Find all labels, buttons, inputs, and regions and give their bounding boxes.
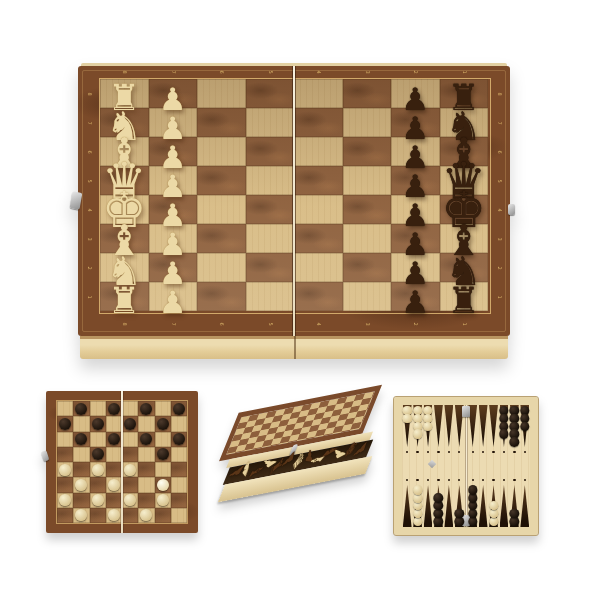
board-square (343, 137, 392, 166)
board-square (246, 108, 295, 137)
backgammon-point (479, 485, 488, 527)
checkers-square (57, 416, 73, 431)
board-square (197, 282, 246, 311)
checkers-square (122, 416, 138, 431)
board-square (246, 166, 295, 195)
checkers-square (155, 432, 171, 447)
coordinate-label: 8 (87, 92, 92, 95)
board-square (100, 137, 149, 166)
board-square (440, 137, 489, 166)
checkers-square (57, 462, 73, 477)
checkers-square (155, 462, 171, 477)
coordinate-label: 1 (87, 295, 92, 298)
board-square (440, 108, 489, 137)
backgammon-checker-light (413, 501, 422, 510)
board-square (246, 282, 295, 311)
checkers-square (90, 416, 106, 431)
backgammon-checker-light (403, 414, 412, 423)
coordinate-label: 7 (497, 121, 502, 124)
point-dot (492, 451, 494, 453)
backgammon-checker-light (423, 422, 432, 431)
checkers-square (106, 508, 122, 523)
board-square (149, 137, 198, 166)
board-square (100, 79, 149, 108)
storage-box: ♟♞♝♟♜♟♛♟♝♞♟♚♟ (199, 384, 401, 551)
checkers-square (171, 447, 187, 462)
board-square (197, 195, 246, 224)
point-dot (513, 479, 515, 481)
board-square (197, 253, 246, 282)
board-square (343, 195, 392, 224)
point-dot (448, 451, 450, 453)
coordinate-label: 5 (497, 179, 502, 182)
checkers-square (122, 401, 138, 416)
board-square (391, 166, 440, 195)
point-dot (458, 451, 460, 453)
board-square (391, 195, 440, 224)
backgammon-checker-light (489, 501, 498, 510)
point-dot (427, 479, 429, 481)
board-square (343, 282, 392, 311)
checkers-square (90, 462, 106, 477)
point-dot (448, 479, 450, 481)
checkers-square (57, 477, 73, 492)
coordinate-label: 1 (497, 295, 502, 298)
board-square (294, 253, 343, 282)
checkers-square (90, 432, 106, 447)
point-dot (524, 451, 526, 453)
checkers-square (155, 416, 171, 431)
product-image: 87654321 87654321 87654321 87654321 ♜♟♟♜… (0, 0, 600, 600)
board-square (391, 79, 440, 108)
coordinate-label: 3 (497, 237, 502, 240)
board-square (100, 108, 149, 137)
coordinate-label: 4 (87, 208, 92, 211)
board-square (440, 195, 489, 224)
checkers-square (73, 447, 89, 462)
coordinate-label: 7 (170, 322, 175, 325)
checkers-square (171, 462, 187, 477)
checkers-square (90, 477, 106, 492)
checkers-board (46, 391, 198, 533)
fold-seam (293, 66, 295, 336)
checkers-square (73, 493, 89, 508)
checkers-square (106, 432, 122, 447)
checkers-square (90, 493, 106, 508)
board-square (100, 282, 149, 311)
coordinate-label: 1 (461, 322, 466, 325)
board-square (149, 253, 198, 282)
board-square (391, 282, 440, 311)
board-square (391, 137, 440, 166)
board-square (440, 79, 489, 108)
coordinate-label: 4 (316, 70, 321, 73)
checkers-square (90, 447, 106, 462)
point-dot (492, 479, 494, 481)
backgammon-point (479, 405, 488, 447)
board-square (149, 282, 198, 311)
checkers-square (171, 416, 187, 431)
board-square (197, 79, 246, 108)
point-dot (406, 451, 408, 453)
point-dot (458, 479, 460, 481)
coordinate-label: 6 (219, 70, 224, 73)
board-square (440, 282, 489, 311)
chess-board: 87654321 87654321 87654321 87654321 ♜♟♟♜… (78, 66, 510, 362)
board-square (100, 166, 149, 195)
checkers-fold-seam (121, 391, 123, 533)
backgammon-checker-light (413, 485, 422, 494)
board-square (149, 166, 198, 195)
point-dot (503, 479, 505, 481)
checkers-square (138, 493, 154, 508)
board-square (294, 224, 343, 253)
board-square (440, 253, 489, 282)
checkers-square (57, 508, 73, 523)
backgammon-checker-black (434, 493, 443, 502)
coordinate-label: 8 (122, 322, 127, 325)
coordinate-label: 2 (87, 266, 92, 269)
board-square (246, 224, 295, 253)
checkers-square (57, 401, 73, 416)
checkers-square (106, 462, 122, 477)
point-dot (472, 451, 474, 453)
backgammon-checker-black (468, 485, 477, 494)
board-square (197, 137, 246, 166)
checkers-square (138, 447, 154, 462)
checkers-square (171, 508, 187, 523)
board-square (149, 108, 198, 137)
board-front-edge (80, 336, 508, 359)
checkers-square (122, 493, 138, 508)
thumbnail-checkers (46, 391, 198, 533)
board-square (294, 79, 343, 108)
board-square (100, 224, 149, 253)
backgammon-checker-black (468, 501, 477, 510)
checkers-latch-icon (41, 450, 50, 461)
point-dot (427, 451, 429, 453)
checkers-square (106, 401, 122, 416)
point-dot (482, 479, 484, 481)
backgammon-point (444, 405, 453, 447)
board-square (294, 195, 343, 224)
board-square (294, 137, 343, 166)
board-square (294, 166, 343, 195)
checkers-square (73, 416, 89, 431)
coordinate-label: 3 (364, 70, 369, 73)
board-square (391, 108, 440, 137)
checkers-square (155, 477, 171, 492)
hinge-icon (508, 204, 515, 215)
backgammon-hinge-top-icon (462, 406, 470, 417)
checkers-square (90, 401, 106, 416)
board-square (246, 253, 295, 282)
backgammon-point (434, 405, 443, 447)
checkers-square (57, 447, 73, 462)
coordinate-label: 4 (316, 322, 321, 325)
coordinate-label: 3 (87, 237, 92, 240)
checkers-square (73, 401, 89, 416)
chess-board-surface: 87654321 87654321 87654321 87654321 ♜♟♟♜… (78, 66, 510, 336)
board-square (100, 253, 149, 282)
checkers-square (155, 493, 171, 508)
backgammon-latch-icon (428, 460, 436, 468)
checkers-square (155, 508, 171, 523)
checkers-square (106, 447, 122, 462)
backgammon-checker-black (468, 493, 477, 502)
board-square (246, 195, 295, 224)
checkers-square (122, 477, 138, 492)
backgammon-checker-black (510, 437, 519, 446)
backgammon-checker-black (434, 501, 443, 510)
checkers-square (106, 477, 122, 492)
board-square (100, 195, 149, 224)
board-square (197, 224, 246, 253)
coordinate-label: 2 (413, 70, 418, 73)
checkers-square (57, 493, 73, 508)
coordinate-label: 5 (267, 322, 272, 325)
backgammon-checker-light (413, 493, 422, 502)
board-square (149, 195, 198, 224)
checkers-square (138, 416, 154, 431)
board-square (197, 108, 246, 137)
checkers-square (90, 508, 106, 523)
checkers-square (155, 401, 171, 416)
point-dot (437, 479, 439, 481)
backgammon-point (500, 485, 509, 527)
checkers-square (138, 401, 154, 416)
board-square (149, 224, 198, 253)
coordinate-label: 6 (87, 150, 92, 153)
coordinate-label: 7 (170, 70, 175, 73)
board-square (343, 79, 392, 108)
coordinate-label: 2 (413, 322, 418, 325)
coordinate-label: 1 (461, 70, 466, 73)
checkers-square (138, 462, 154, 477)
backgammon-fold-seam (465, 405, 468, 527)
coordinate-label: 5 (267, 70, 272, 73)
board-square (391, 253, 440, 282)
point-dot (472, 479, 474, 481)
checkers-square (122, 432, 138, 447)
checkers-square (106, 416, 122, 431)
point-dot (482, 451, 484, 453)
coordinate-label: 8 (497, 92, 502, 95)
checkers-square (57, 432, 73, 447)
coordinate-label: 2 (497, 266, 502, 269)
board-square (149, 79, 198, 108)
point-dot (416, 451, 418, 453)
checkers-square (171, 432, 187, 447)
checkers-square (171, 477, 187, 492)
checkers-square (73, 462, 89, 477)
board-square (246, 79, 295, 108)
backgammon-point (444, 485, 453, 527)
backgammon-point (424, 485, 433, 527)
front-edge-seam (294, 336, 296, 359)
checkers-square (73, 508, 89, 523)
board-square (343, 108, 392, 137)
board-square (343, 224, 392, 253)
coordinate-label: 6 (497, 150, 502, 153)
checkers-square (73, 432, 89, 447)
board-square (440, 224, 489, 253)
point-dot (524, 479, 526, 481)
coordinate-label: 5 (87, 179, 92, 182)
coordinate-label: 8 (122, 70, 127, 73)
coordinate-label: 7 (87, 121, 92, 124)
board-square (294, 282, 343, 311)
backgammon-checker-light (413, 429, 422, 438)
checkers-square (171, 493, 187, 508)
coordinate-label: 6 (219, 322, 224, 325)
backgammon-checker-black (499, 429, 508, 438)
thumbnail-storage-box: ♟♞♝♟♜♟♛♟♝♞♟♚♟ (210, 400, 390, 535)
coordinate-label: 4 (497, 208, 502, 211)
checkers-square (122, 462, 138, 477)
checkers-square (122, 508, 138, 523)
board-square (246, 137, 295, 166)
board-square (440, 166, 489, 195)
checkers-square (122, 447, 138, 462)
backgammon-checker-black (520, 422, 529, 431)
backgammon-point (489, 405, 498, 447)
checkers-square (73, 477, 89, 492)
board-square (343, 253, 392, 282)
backgammon-point (403, 485, 412, 527)
latch-clasp-icon (70, 191, 83, 209)
thumbnail-backgammon (394, 397, 538, 535)
board-square (294, 108, 343, 137)
checkers-square (138, 432, 154, 447)
coordinate-label: 3 (364, 322, 369, 325)
point-dot (503, 451, 505, 453)
board-square (391, 224, 440, 253)
backgammon-interior (402, 405, 530, 527)
point-dot (406, 479, 408, 481)
point-dot (437, 451, 439, 453)
checkers-square (155, 447, 171, 462)
point-dot (416, 479, 418, 481)
board-square (197, 166, 246, 195)
checkers-square (106, 493, 122, 508)
checkers-square (138, 477, 154, 492)
backgammon-point (520, 485, 529, 527)
checkers-square (138, 508, 154, 523)
board-square (343, 166, 392, 195)
checkers-square (171, 401, 187, 416)
point-dot (513, 451, 515, 453)
